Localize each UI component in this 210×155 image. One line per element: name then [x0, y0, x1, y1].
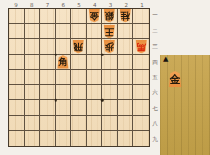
square-6-3[interactable]: [56, 39, 72, 54]
rank-label-1: 一: [151, 8, 160, 23]
square-9-8[interactable]: [9, 116, 25, 131]
rank-label-9: 九: [151, 132, 160, 147]
rank-label-3: 三: [151, 39, 160, 54]
gote-pawn-piece[interactable]: 歩: [103, 40, 116, 54]
square-7-5[interactable]: [40, 70, 56, 85]
square-2-4[interactable]: [118, 55, 134, 70]
square-8-2[interactable]: [25, 24, 41, 39]
file-label-5: 5: [71, 0, 87, 8]
square-5-9[interactable]: [71, 131, 87, 146]
file-labels: 987654321: [8, 0, 150, 8]
gote-promoted-bishop-piece[interactable]: 馬: [135, 40, 148, 54]
square-5-1[interactable]: [71, 9, 87, 24]
square-3-9[interactable]: [102, 131, 118, 146]
square-7-1[interactable]: [40, 9, 56, 24]
square-8-3[interactable]: [25, 39, 41, 54]
rank-labels: 一二三四五六七八九: [151, 8, 160, 147]
square-1-6[interactable]: [133, 85, 149, 100]
square-1-8[interactable]: [133, 116, 149, 131]
square-4-9[interactable]: [87, 131, 103, 146]
square-6-1[interactable]: [56, 9, 72, 24]
gote-rook-piece[interactable]: 飛: [72, 40, 85, 54]
square-2-6[interactable]: [118, 85, 134, 100]
square-8-7[interactable]: [25, 100, 41, 115]
square-8-5[interactable]: [25, 70, 41, 85]
sente-hand-gold-piece[interactable]: 金: [168, 71, 182, 87]
gote-knight-piece[interactable]: 桂: [119, 9, 132, 23]
square-2-7[interactable]: [118, 100, 134, 115]
sente-hand-panel: ▲ 金: [160, 55, 210, 155]
rank-label-2: 二: [151, 23, 160, 38]
shogi-diagram: 987654321 金銀桂王飛歩馬角 一二三四五六七八九 ▲ 金: [0, 0, 210, 155]
file-label-6: 6: [55, 0, 71, 8]
gote-king-piece[interactable]: 王: [103, 25, 116, 39]
square-4-7[interactable]: [87, 100, 103, 115]
square-1-1[interactable]: [133, 9, 149, 24]
square-5-8[interactable]: [71, 116, 87, 131]
square-3-2[interactable]: 王: [102, 24, 118, 39]
square-8-4[interactable]: [25, 55, 41, 70]
square-7-4[interactable]: [40, 55, 56, 70]
square-6-7[interactable]: [56, 100, 72, 115]
square-3-1[interactable]: 銀: [102, 9, 118, 24]
square-5-5[interactable]: [71, 70, 87, 85]
square-8-1[interactable]: [25, 9, 41, 24]
square-4-5[interactable]: [87, 70, 103, 85]
rank-label-8: 八: [151, 116, 160, 131]
file-label-4: 4: [87, 0, 103, 8]
square-7-6[interactable]: [40, 85, 56, 100]
gote-gold-piece[interactable]: 金: [88, 9, 101, 23]
square-9-3[interactable]: [9, 39, 25, 54]
file-label-9: 9: [8, 0, 24, 8]
gote-hand-area: [160, 0, 210, 53]
star-point: [54, 53, 57, 56]
square-4-8[interactable]: [87, 116, 103, 131]
square-8-8[interactable]: [25, 116, 41, 131]
rank-label-5: 五: [151, 70, 160, 85]
square-2-5[interactable]: [118, 70, 134, 85]
square-4-6[interactable]: [87, 85, 103, 100]
square-9-5[interactable]: [9, 70, 25, 85]
sente-marker-icon: ▲: [163, 56, 168, 63]
square-2-3[interactable]: [118, 39, 134, 54]
square-9-7[interactable]: [9, 100, 25, 115]
file-label-2: 2: [118, 0, 134, 8]
square-3-8[interactable]: [102, 116, 118, 131]
square-3-3[interactable]: 歩: [102, 39, 118, 54]
square-9-4[interactable]: [9, 55, 25, 70]
square-3-7[interactable]: [102, 100, 118, 115]
star-point: [101, 99, 104, 102]
square-1-5[interactable]: [133, 70, 149, 85]
square-5-4[interactable]: [71, 55, 87, 70]
square-5-7[interactable]: [71, 100, 87, 115]
square-6-4[interactable]: 角: [56, 55, 72, 70]
star-point: [54, 99, 57, 102]
file-label-1: 1: [134, 0, 150, 8]
square-8-6[interactable]: [25, 85, 41, 100]
square-6-5[interactable]: [56, 70, 72, 85]
square-7-9[interactable]: [40, 131, 56, 146]
rank-label-6: 六: [151, 85, 160, 100]
square-9-2[interactable]: [9, 24, 25, 39]
file-label-3: 3: [103, 0, 119, 8]
square-4-4[interactable]: [87, 55, 103, 70]
square-9-6[interactable]: [9, 85, 25, 100]
square-1-4[interactable]: [133, 55, 149, 70]
star-point: [101, 53, 104, 56]
square-8-9[interactable]: [25, 131, 41, 146]
square-9-1[interactable]: [9, 9, 25, 24]
rank-label-7: 七: [151, 101, 160, 116]
square-1-7[interactable]: [133, 100, 149, 115]
file-label-8: 8: [24, 0, 40, 8]
gote-silver-piece[interactable]: 銀: [103, 9, 116, 23]
square-6-6[interactable]: [56, 85, 72, 100]
square-1-2[interactable]: [133, 24, 149, 39]
square-7-7[interactable]: [40, 100, 56, 115]
square-5-2[interactable]: [71, 24, 87, 39]
file-label-7: 7: [40, 0, 56, 8]
square-3-4[interactable]: [102, 55, 118, 70]
square-6-9[interactable]: [56, 131, 72, 146]
square-7-3[interactable]: [40, 39, 56, 54]
square-5-6[interactable]: [71, 85, 87, 100]
square-6-8[interactable]: [56, 116, 72, 131]
square-5-3[interactable]: 飛: [71, 39, 87, 54]
square-2-2[interactable]: [118, 24, 134, 39]
square-4-3[interactable]: [87, 39, 103, 54]
square-3-5[interactable]: [102, 70, 118, 85]
square-4-1[interactable]: 金: [87, 9, 103, 24]
rank-label-4: 四: [151, 54, 160, 69]
square-9-9[interactable]: [9, 131, 25, 146]
square-2-1[interactable]: 桂: [118, 9, 134, 24]
sente-bishop-piece[interactable]: 角: [57, 55, 70, 69]
square-1-9[interactable]: [133, 131, 149, 146]
square-3-6[interactable]: [102, 85, 118, 100]
square-7-2[interactable]: [40, 24, 56, 39]
square-7-8[interactable]: [40, 116, 56, 131]
square-6-2[interactable]: [56, 24, 72, 39]
shogi-board: 金銀桂王飛歩馬角: [8, 8, 150, 147]
square-1-3[interactable]: 馬: [133, 39, 149, 54]
square-2-8[interactable]: [118, 116, 134, 131]
square-4-2[interactable]: [87, 24, 103, 39]
square-2-9[interactable]: [118, 131, 134, 146]
